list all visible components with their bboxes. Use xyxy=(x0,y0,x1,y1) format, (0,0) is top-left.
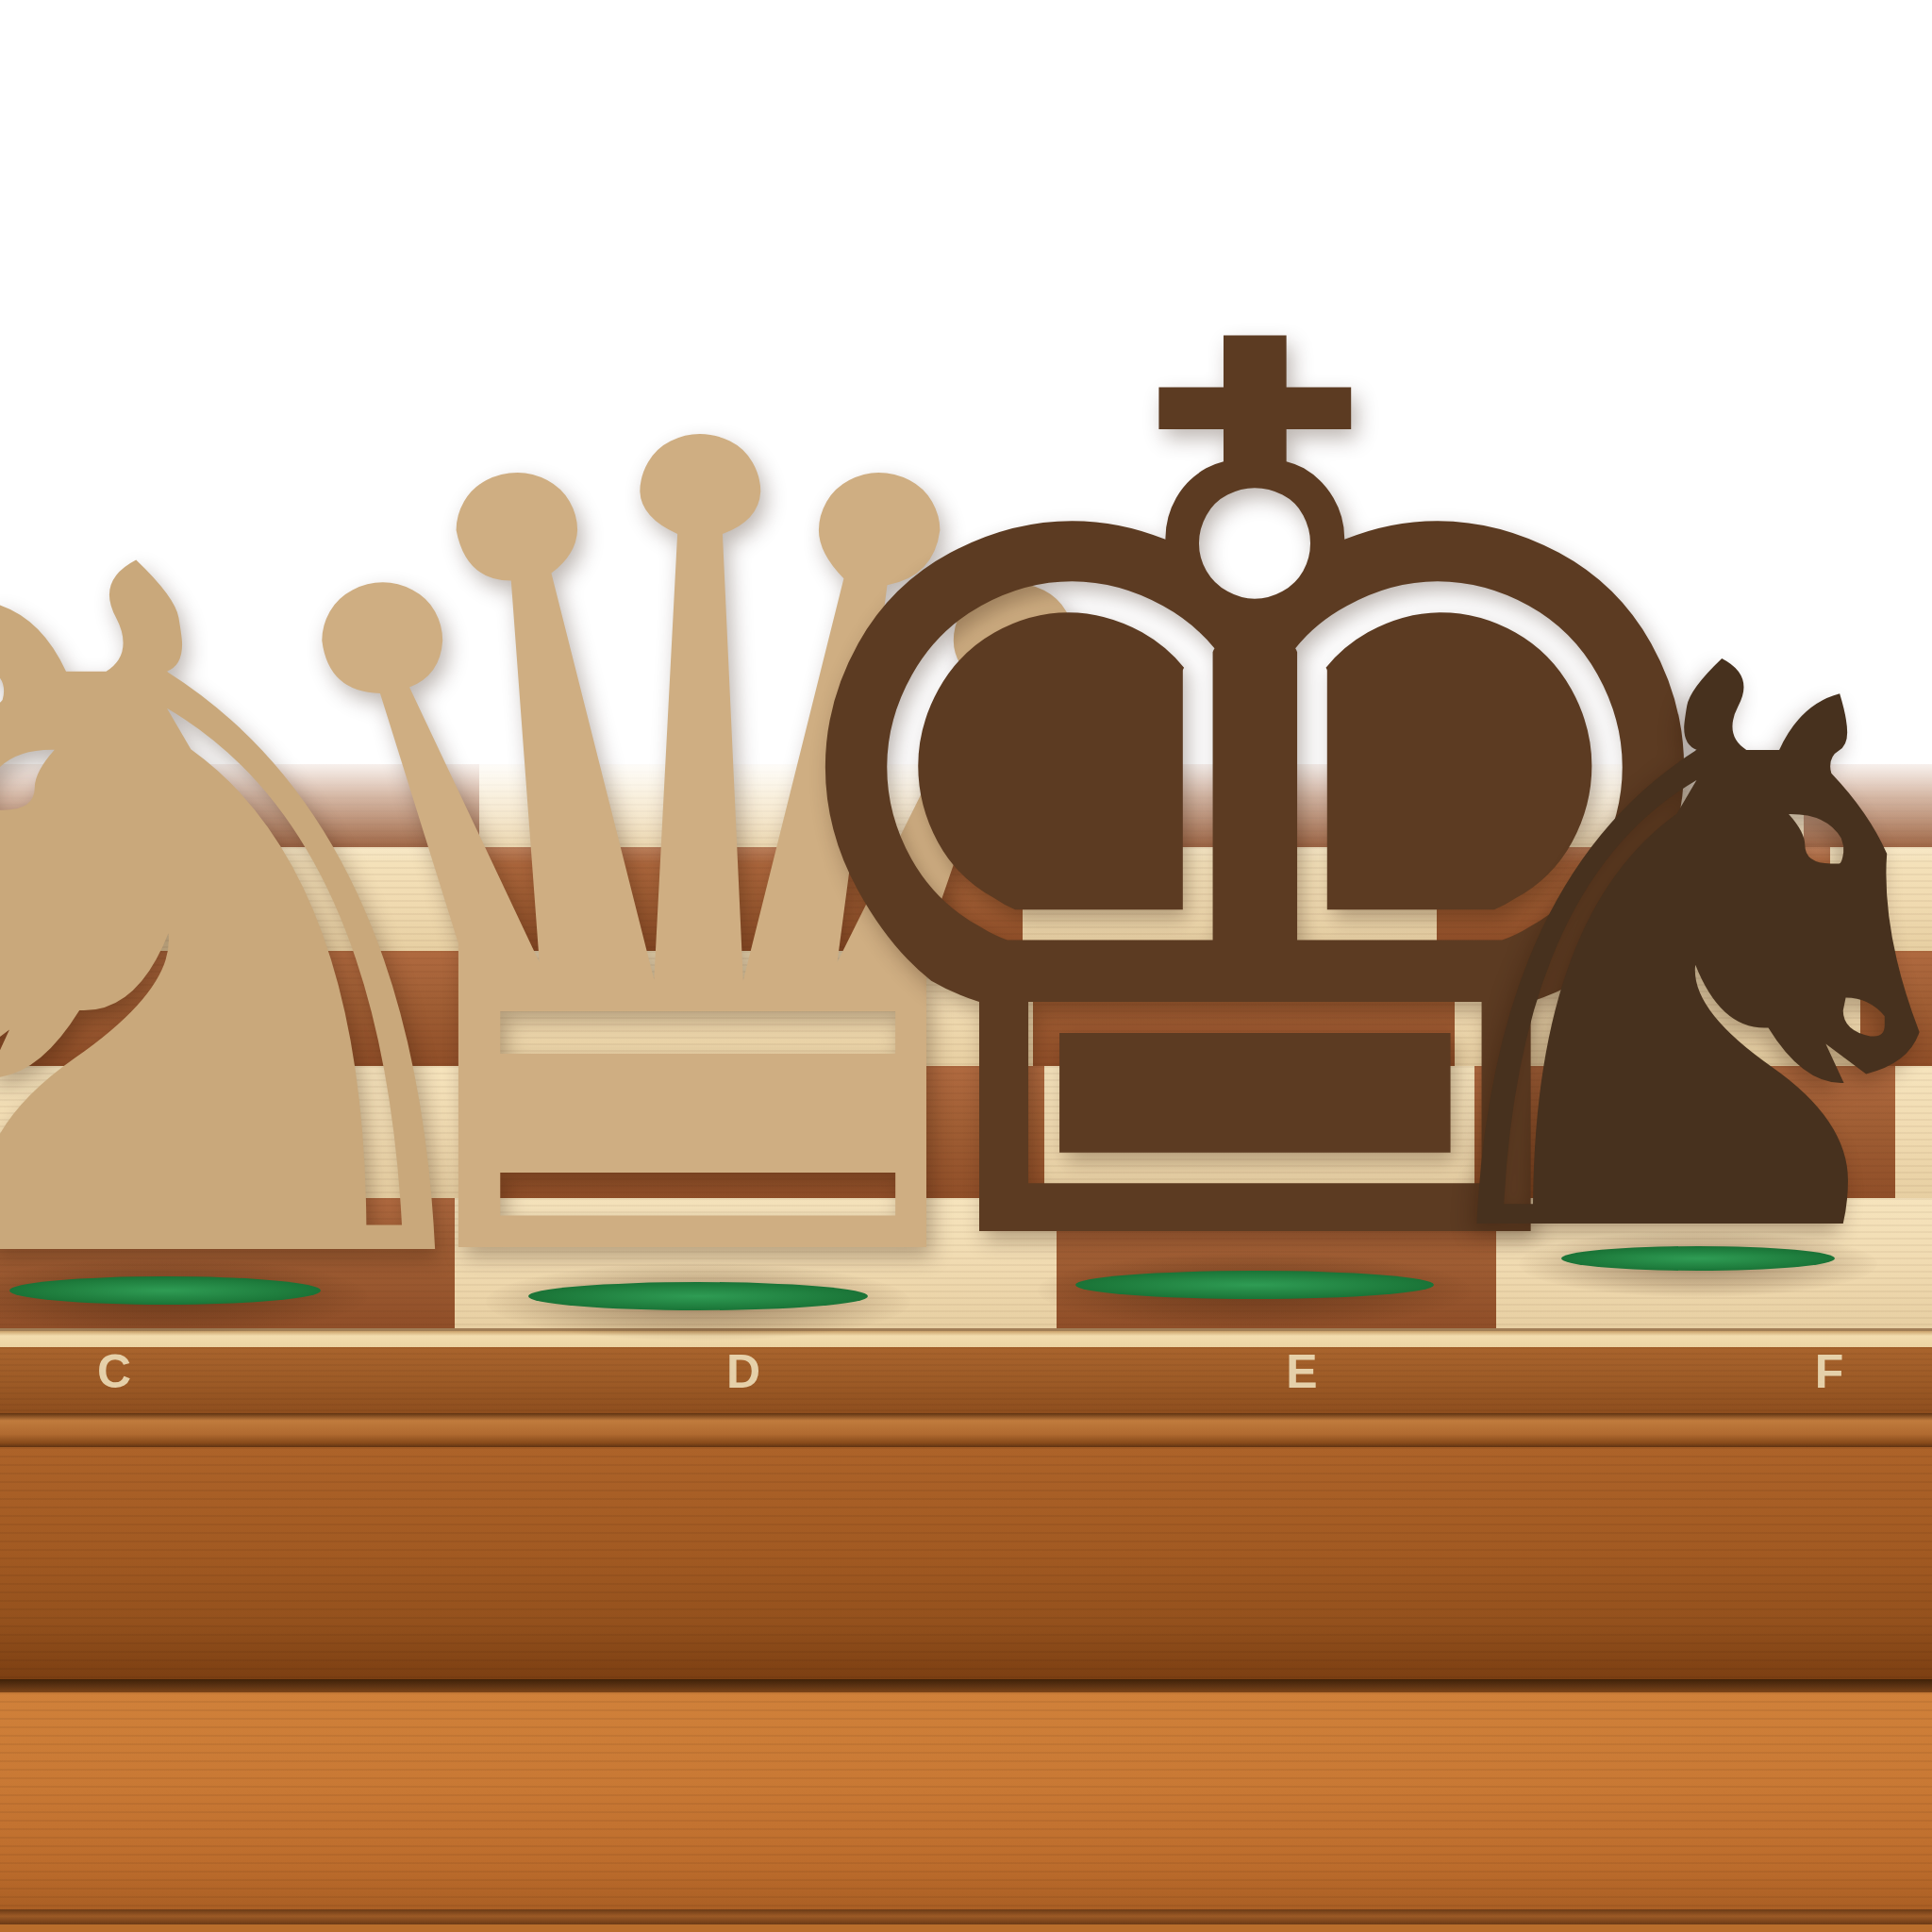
black-knight-f1[interactable]: ♞ xyxy=(1351,655,1932,1258)
box-lid-seam xyxy=(0,1679,1932,1692)
chessboard-photo: CDEF ♞♛♚♞ xyxy=(0,0,1932,1932)
box-groove-line xyxy=(0,1909,1932,1924)
box-bottom-edge xyxy=(0,1924,1932,1932)
box-base-face xyxy=(0,1692,1932,1909)
